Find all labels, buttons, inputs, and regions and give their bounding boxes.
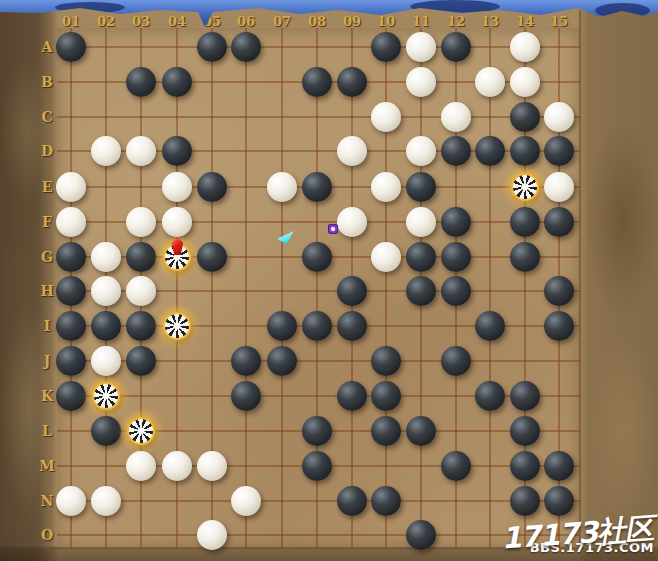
column-label-04: 04: [165, 14, 189, 30]
column-label-15: 15: [547, 14, 571, 30]
stone-black-A10[interactable]: [371, 32, 401, 62]
stone-white-E15[interactable]: [544, 172, 574, 202]
row-label-C: C: [38, 109, 56, 125]
stone-white-F03[interactable]: [126, 207, 156, 237]
column-label-11: 11: [409, 14, 433, 30]
stone-white-M05[interactable]: [197, 451, 227, 481]
stone-black-D12[interactable]: [441, 136, 471, 166]
stone-white-A14[interactable]: [510, 32, 540, 62]
stone-black-B04[interactable]: [162, 67, 192, 97]
grid-line-horizontal: [57, 534, 580, 536]
stone-black-M14[interactable]: [510, 451, 540, 481]
stone-black-K01[interactable]: [56, 381, 86, 411]
row-label-E: E: [38, 179, 56, 195]
stone-black-J01[interactable]: [56, 346, 86, 376]
stone-white-B13[interactable]: [475, 67, 505, 97]
stone-black-O11[interactable]: [406, 520, 436, 550]
column-label-03: 03: [129, 14, 153, 30]
stone-black-K09[interactable]: [337, 381, 367, 411]
stone-black-N15[interactable]: [544, 486, 574, 516]
column-label-12: 12: [444, 14, 468, 30]
stone-black-A01[interactable]: [56, 32, 86, 62]
stone-white-B14[interactable]: [510, 67, 540, 97]
spiral-marker-K02[interactable]: [92, 382, 120, 410]
stone-white-G02[interactable]: [91, 242, 121, 272]
stone-black-B09[interactable]: [337, 67, 367, 97]
stone-black-H15[interactable]: [544, 276, 574, 306]
row-label-J: J: [38, 353, 56, 369]
stone-white-F04[interactable]: [162, 207, 192, 237]
column-label-02: 02: [94, 14, 118, 30]
stone-white-M04[interactable]: [162, 451, 192, 481]
purple-sparkle-icon: [328, 224, 338, 234]
column-label-14: 14: [513, 14, 537, 30]
stone-black-E08[interactable]: [302, 172, 332, 202]
stone-black-L14[interactable]: [510, 416, 540, 446]
grid-line-vertical: [281, 28, 283, 548]
column-label-10: 10: [374, 14, 398, 30]
stone-black-G14[interactable]: [510, 242, 540, 272]
stone-white-D03[interactable]: [126, 136, 156, 166]
stone-black-L11[interactable]: [406, 416, 436, 446]
stone-black-I01[interactable]: [56, 311, 86, 341]
grid-line-vertical: [245, 28, 247, 548]
spiral-marker-L03[interactable]: [127, 417, 155, 445]
stone-black-E05[interactable]: [197, 172, 227, 202]
stone-black-M12[interactable]: [441, 451, 471, 481]
stone-black-H12[interactable]: [441, 276, 471, 306]
stone-black-N10[interactable]: [371, 486, 401, 516]
board-edge: [579, 10, 582, 550]
stone-black-B03[interactable]: [126, 67, 156, 97]
stone-black-L02[interactable]: [91, 416, 121, 446]
stone-black-A12[interactable]: [441, 32, 471, 62]
stone-white-O05[interactable]: [197, 520, 227, 550]
stone-white-N06[interactable]: [231, 486, 261, 516]
stone-black-K13[interactable]: [475, 381, 505, 411]
stone-white-E10[interactable]: [371, 172, 401, 202]
stone-black-G12[interactable]: [441, 242, 471, 272]
stone-black-I09[interactable]: [337, 311, 367, 341]
stone-white-C12[interactable]: [441, 102, 471, 132]
stone-black-F14[interactable]: [510, 207, 540, 237]
stone-white-D02[interactable]: [91, 136, 121, 166]
stone-black-G03[interactable]: [126, 242, 156, 272]
stone-black-K14[interactable]: [510, 381, 540, 411]
column-label-09: 09: [340, 14, 364, 30]
stone-white-C15[interactable]: [544, 102, 574, 132]
stone-black-B08[interactable]: [302, 67, 332, 97]
right-border-art: [585, 120, 658, 320]
stone-black-J07[interactable]: [267, 346, 297, 376]
grid-line-horizontal: [57, 46, 580, 48]
stone-black-I08[interactable]: [302, 311, 332, 341]
row-label-A: A: [38, 39, 56, 55]
stone-white-E04[interactable]: [162, 172, 192, 202]
row-label-H: H: [38, 283, 56, 299]
stone-black-H11[interactable]: [406, 276, 436, 306]
stone-black-F12[interactable]: [441, 207, 471, 237]
stone-black-N09[interactable]: [337, 486, 367, 516]
stone-black-J06[interactable]: [231, 346, 261, 376]
stone-black-I15[interactable]: [544, 311, 574, 341]
stone-white-A11[interactable]: [406, 32, 436, 62]
stone-black-A05[interactable]: [197, 32, 227, 62]
game-screenshot: 010203040506070809101112131415ABCDEFGHIJ…: [0, 0, 658, 561]
stone-black-D13[interactable]: [475, 136, 505, 166]
right-border-art: [590, 330, 658, 530]
row-label-M: M: [38, 458, 56, 474]
gem-marker-G04[interactable]: [163, 243, 191, 271]
stone-white-M03[interactable]: [126, 451, 156, 481]
stone-black-I13[interactable]: [475, 311, 505, 341]
stone-black-D04[interactable]: [162, 136, 192, 166]
grid-line-vertical: [489, 28, 491, 548]
stone-black-I02[interactable]: [91, 311, 121, 341]
stone-white-B11[interactable]: [406, 67, 436, 97]
stone-black-E11[interactable]: [406, 172, 436, 202]
stone-black-H09[interactable]: [337, 276, 367, 306]
stone-black-F15[interactable]: [544, 207, 574, 237]
column-label-13: 13: [478, 14, 502, 30]
row-label-K: K: [38, 388, 56, 404]
stone-black-G01[interactable]: [56, 242, 86, 272]
stone-black-M15[interactable]: [544, 451, 574, 481]
stone-white-E01[interactable]: [56, 172, 86, 202]
stone-black-L10[interactable]: [371, 416, 401, 446]
column-label-01: 01: [59, 14, 83, 30]
stone-black-L08[interactable]: [302, 416, 332, 446]
stone-white-G10[interactable]: [371, 242, 401, 272]
row-label-G: G: [38, 249, 56, 265]
column-label-08: 08: [305, 14, 329, 30]
row-label-L: L: [38, 423, 56, 439]
row-label-D: D: [38, 143, 56, 159]
row-label-B: B: [38, 74, 56, 90]
stone-black-G05[interactable]: [197, 242, 227, 272]
column-label-07: 07: [270, 14, 294, 30]
stone-white-E07[interactable]: [267, 172, 297, 202]
stone-black-N14[interactable]: [510, 486, 540, 516]
stone-black-G08[interactable]: [302, 242, 332, 272]
stone-black-M08[interactable]: [302, 451, 332, 481]
column-label-06: 06: [234, 14, 258, 30]
grid-line-horizontal: [57, 116, 580, 118]
stone-white-F09[interactable]: [337, 207, 367, 237]
stone-black-I03[interactable]: [126, 311, 156, 341]
stone-black-D14[interactable]: [510, 136, 540, 166]
row-label-O: O: [38, 527, 56, 543]
stone-white-H02[interactable]: [91, 276, 121, 306]
stone-white-F01[interactable]: [56, 207, 86, 237]
spiral-marker-E14[interactable]: [511, 173, 539, 201]
row-label-F: F: [38, 214, 56, 230]
stone-black-K10[interactable]: [371, 381, 401, 411]
row-label-I: I: [38, 318, 56, 334]
stone-white-F11[interactable]: [406, 207, 436, 237]
stone-black-K06[interactable]: [231, 381, 261, 411]
stone-black-J10[interactable]: [371, 346, 401, 376]
stone-black-I07[interactable]: [267, 311, 297, 341]
stone-white-H03[interactable]: [126, 276, 156, 306]
stone-white-C10[interactable]: [371, 102, 401, 132]
stone-black-A06[interactable]: [231, 32, 261, 62]
spiral-marker-I04[interactable]: [163, 312, 191, 340]
stone-white-J02[interactable]: [91, 346, 121, 376]
stone-black-J12[interactable]: [441, 346, 471, 376]
stone-white-N01[interactable]: [56, 486, 86, 516]
stone-black-G11[interactable]: [406, 242, 436, 272]
stone-black-H01[interactable]: [56, 276, 86, 306]
row-label-N: N: [38, 493, 56, 509]
stone-black-J03[interactable]: [126, 346, 156, 376]
grid-line-horizontal: [57, 500, 580, 502]
stone-white-D11[interactable]: [406, 136, 436, 166]
parchment-sheet: 010203040506070809101112131415ABCDEFGHIJ…: [0, 0, 658, 561]
stone-white-N02[interactable]: [91, 486, 121, 516]
stone-black-D15[interactable]: [544, 136, 574, 166]
stone-black-C14[interactable]: [510, 102, 540, 132]
stone-white-D09[interactable]: [337, 136, 367, 166]
